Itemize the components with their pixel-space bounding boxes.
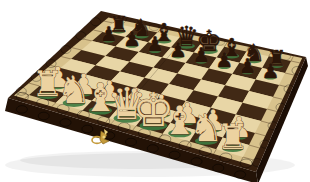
piece-black-p-g7: ♟ — [238, 54, 256, 78]
chess-set-product-photo: ♜♞♝♛♚♝♞♜♟♟♟♟♟♟♟♟♟♟♟♟♟♟♟♟♜♞♝♛♚♝♞♜ — [0, 0, 310, 182]
piece-black-p-e7: ♟ — [192, 43, 210, 67]
board-svg: ♜♞♝♛♚♝♞♜♟♟♟♟♟♟♟♟♟♟♟♟♟♟♟♟♜♞♝♛♚♝♞♜ — [0, 0, 310, 182]
piece-white-r-h1: ♜ — [217, 116, 248, 157]
piece-black-p-h7: ♟ — [261, 59, 279, 83]
piece-black-p-c7: ♟ — [146, 32, 164, 56]
piece-black-p-b7: ♟ — [123, 27, 141, 51]
piece-black-p-f7: ♟ — [215, 48, 233, 72]
piece-black-p-d7: ♟ — [169, 38, 187, 62]
piece-black-p-a7: ♟ — [100, 22, 118, 46]
